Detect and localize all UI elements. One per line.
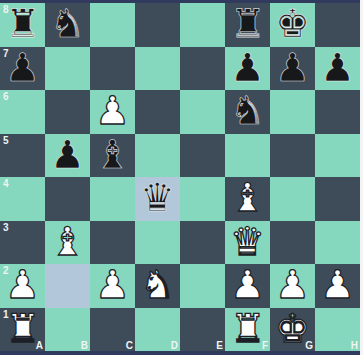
square-d2[interactable]: ♞ xyxy=(135,264,180,308)
board-bottom-border xyxy=(0,351,363,355)
square-d4[interactable]: ♛ xyxy=(135,177,180,221)
square-g3[interactable] xyxy=(270,221,315,265)
white-pawn: ♟ xyxy=(5,265,40,304)
black-queen: ♛ xyxy=(140,178,175,217)
file-label-c: C xyxy=(126,340,133,351)
square-h7[interactable]: ♟ xyxy=(315,47,360,91)
square-g5[interactable] xyxy=(270,134,315,178)
square-b5[interactable]: ♟ xyxy=(45,134,90,178)
black-rook: ♜ xyxy=(230,4,265,43)
square-b2[interactable] xyxy=(45,264,90,308)
square-g4[interactable] xyxy=(270,177,315,221)
white-rook: ♜ xyxy=(230,309,265,348)
square-f1[interactable]: F♜ xyxy=(225,308,270,352)
white-pawn: ♟ xyxy=(275,265,310,304)
black-pawn: ♟ xyxy=(5,48,40,87)
square-e5[interactable] xyxy=(180,134,225,178)
black-bishop: ♝ xyxy=(95,135,130,174)
rank-label-5: 5 xyxy=(3,135,9,146)
square-d5[interactable] xyxy=(135,134,180,178)
square-h3[interactable] xyxy=(315,221,360,265)
rank-label-4: 4 xyxy=(3,178,9,189)
white-pawn: ♟ xyxy=(95,265,130,304)
square-g2[interactable]: ♟ xyxy=(270,264,315,308)
square-a3[interactable]: 3 xyxy=(0,221,45,265)
square-e1[interactable]: E xyxy=(180,308,225,352)
square-g7[interactable]: ♟ xyxy=(270,47,315,91)
square-d1[interactable]: D xyxy=(135,308,180,352)
square-h1[interactable]: H xyxy=(315,308,360,352)
square-a1[interactable]: 1A♜ xyxy=(0,308,45,352)
square-c8[interactable] xyxy=(90,3,135,47)
white-rook: ♜ xyxy=(5,309,40,348)
square-h5[interactable] xyxy=(315,134,360,178)
square-c6[interactable]: ♟ xyxy=(90,90,135,134)
square-b4[interactable] xyxy=(45,177,90,221)
square-h6[interactable] xyxy=(315,90,360,134)
white-pawn: ♟ xyxy=(320,265,355,304)
square-c5[interactable]: ♝ xyxy=(90,134,135,178)
black-king: ♚ xyxy=(275,4,310,43)
square-c4[interactable] xyxy=(90,177,135,221)
black-knight: ♞ xyxy=(230,91,265,130)
square-b8[interactable]: ♞ xyxy=(45,3,90,47)
black-pawn: ♟ xyxy=(275,48,310,87)
rank-label-3: 3 xyxy=(3,222,9,233)
square-e2[interactable] xyxy=(180,264,225,308)
square-h4[interactable] xyxy=(315,177,360,221)
square-g8[interactable]: ♚ xyxy=(270,3,315,47)
square-d3[interactable] xyxy=(135,221,180,265)
square-d7[interactable] xyxy=(135,47,180,91)
square-a7[interactable]: 7♟ xyxy=(0,47,45,91)
rank-label-6: 6 xyxy=(3,91,9,102)
chess-board: 8♜♞♜♚7♟♟♟♟6♟♞5♟♝4♛♝3♝♛2♟♟♞♟♟♟1A♜BCDEF♜G♚… xyxy=(0,3,360,351)
black-knight: ♞ xyxy=(50,4,85,43)
square-a5[interactable]: 5 xyxy=(0,134,45,178)
square-c7[interactable] xyxy=(90,47,135,91)
square-f4[interactable]: ♝ xyxy=(225,177,270,221)
white-king: ♚ xyxy=(275,309,310,348)
black-pawn: ♟ xyxy=(50,135,85,174)
square-f3[interactable]: ♛ xyxy=(225,221,270,265)
square-e8[interactable] xyxy=(180,3,225,47)
square-a8[interactable]: 8♜ xyxy=(0,3,45,47)
file-label-h: H xyxy=(351,340,358,351)
black-pawn: ♟ xyxy=(320,48,355,87)
square-d8[interactable] xyxy=(135,3,180,47)
white-knight: ♞ xyxy=(140,265,175,304)
square-b6[interactable] xyxy=(45,90,90,134)
square-e3[interactable] xyxy=(180,221,225,265)
square-b7[interactable] xyxy=(45,47,90,91)
square-e6[interactable] xyxy=(180,90,225,134)
square-c1[interactable]: C xyxy=(90,308,135,352)
file-label-e: E xyxy=(216,340,223,351)
square-d6[interactable] xyxy=(135,90,180,134)
white-pawn: ♟ xyxy=(95,91,130,130)
square-g6[interactable] xyxy=(270,90,315,134)
square-c2[interactable]: ♟ xyxy=(90,264,135,308)
square-f6[interactable]: ♞ xyxy=(225,90,270,134)
white-pawn: ♟ xyxy=(230,265,265,304)
white-bishop: ♝ xyxy=(50,222,85,261)
square-b3[interactable]: ♝ xyxy=(45,221,90,265)
square-a4[interactable]: 4 xyxy=(0,177,45,221)
black-rook: ♜ xyxy=(5,4,40,43)
file-label-d: D xyxy=(171,340,178,351)
square-f8[interactable]: ♜ xyxy=(225,3,270,47)
square-e7[interactable] xyxy=(180,47,225,91)
square-g1[interactable]: G♚ xyxy=(270,308,315,352)
square-h2[interactable]: ♟ xyxy=(315,264,360,308)
square-f7[interactable]: ♟ xyxy=(225,47,270,91)
square-c3[interactable] xyxy=(90,221,135,265)
file-label-b: B xyxy=(81,340,88,351)
black-pawn: ♟ xyxy=(230,48,265,87)
square-a6[interactable]: 6 xyxy=(0,90,45,134)
square-f5[interactable] xyxy=(225,134,270,178)
white-bishop: ♝ xyxy=(230,178,265,217)
chess-app-window: 8♜♞♜♚7♟♟♟♟6♟♞5♟♝4♛♝3♝♛2♟♟♞♟♟♟1A♜BCDEF♜G♚… xyxy=(0,0,363,355)
square-f2[interactable]: ♟ xyxy=(225,264,270,308)
square-a2[interactable]: 2♟ xyxy=(0,264,45,308)
square-b1[interactable]: B xyxy=(45,308,90,352)
square-h8[interactable] xyxy=(315,3,360,47)
square-e4[interactable] xyxy=(180,177,225,221)
white-queen: ♛ xyxy=(230,222,265,261)
